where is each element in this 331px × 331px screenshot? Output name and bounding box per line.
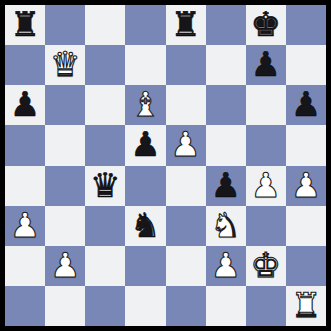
square-e1[interactable]	[166, 286, 206, 326]
black-pawn[interactable]: ♟	[246, 45, 286, 85]
square-c8[interactable]	[85, 5, 125, 45]
white-king[interactable]: ♚	[246, 246, 286, 286]
square-h3[interactable]	[286, 206, 326, 246]
black-pawn[interactable]: ♟	[286, 85, 326, 125]
board-frame: ♜♜♚♛♟♟♝♟♟♟♛♟♟♟♟♞♞♟♟♚♜	[0, 0, 331, 331]
black-king[interactable]: ♚	[246, 5, 286, 45]
square-f6[interactable]	[206, 85, 246, 125]
black-pawn[interactable]: ♟	[125, 125, 165, 165]
square-a8[interactable]: ♜	[5, 5, 45, 45]
square-c3[interactable]	[85, 206, 125, 246]
square-g6[interactable]	[246, 85, 286, 125]
square-c6[interactable]	[85, 85, 125, 125]
white-pawn[interactable]: ♟	[5, 206, 45, 246]
square-e7[interactable]	[166, 45, 206, 85]
square-e2[interactable]	[166, 246, 206, 286]
square-a7[interactable]	[5, 45, 45, 85]
square-a3[interactable]: ♟	[5, 206, 45, 246]
square-f2[interactable]: ♟	[206, 246, 246, 286]
square-d1[interactable]	[125, 286, 165, 326]
square-h1[interactable]: ♜	[286, 286, 326, 326]
square-g7[interactable]: ♟	[246, 45, 286, 85]
white-pawn[interactable]: ♟	[166, 125, 206, 165]
square-e3[interactable]	[166, 206, 206, 246]
square-h5[interactable]	[286, 125, 326, 165]
chess-board: ♜♜♚♛♟♟♝♟♟♟♛♟♟♟♟♞♞♟♟♚♜	[5, 5, 326, 326]
square-h8[interactable]	[286, 5, 326, 45]
square-h2[interactable]	[286, 246, 326, 286]
square-e5[interactable]: ♟	[166, 125, 206, 165]
square-f3[interactable]: ♞	[206, 206, 246, 246]
square-d8[interactable]	[125, 5, 165, 45]
white-pawn[interactable]: ♟	[286, 166, 326, 206]
black-rook[interactable]: ♜	[5, 5, 45, 45]
square-b2[interactable]: ♟	[45, 246, 85, 286]
white-queen[interactable]: ♛	[45, 45, 85, 85]
square-b7[interactable]: ♛	[45, 45, 85, 85]
black-knight[interactable]: ♞	[125, 206, 165, 246]
square-a1[interactable]	[5, 286, 45, 326]
white-pawn[interactable]: ♟	[246, 166, 286, 206]
square-c7[interactable]	[85, 45, 125, 85]
square-c1[interactable]	[85, 286, 125, 326]
white-bishop[interactable]: ♝	[125, 85, 165, 125]
square-e8[interactable]: ♜	[166, 5, 206, 45]
square-e4[interactable]	[166, 166, 206, 206]
white-pawn[interactable]: ♟	[45, 246, 85, 286]
white-pawn[interactable]: ♟	[206, 246, 246, 286]
square-g3[interactable]	[246, 206, 286, 246]
square-a4[interactable]	[5, 166, 45, 206]
square-b8[interactable]	[45, 5, 85, 45]
square-d7[interactable]	[125, 45, 165, 85]
square-c2[interactable]	[85, 246, 125, 286]
black-rook[interactable]: ♜	[166, 5, 206, 45]
square-b6[interactable]	[45, 85, 85, 125]
white-rook[interactable]: ♜	[286, 286, 326, 326]
square-f1[interactable]	[206, 286, 246, 326]
square-b5[interactable]	[45, 125, 85, 165]
square-b3[interactable]	[45, 206, 85, 246]
square-d3[interactable]: ♞	[125, 206, 165, 246]
square-g4[interactable]: ♟	[246, 166, 286, 206]
square-d5[interactable]: ♟	[125, 125, 165, 165]
square-d2[interactable]	[125, 246, 165, 286]
square-f4[interactable]: ♟	[206, 166, 246, 206]
square-h7[interactable]	[286, 45, 326, 85]
square-h6[interactable]: ♟	[286, 85, 326, 125]
square-h4[interactable]: ♟	[286, 166, 326, 206]
white-knight[interactable]: ♞	[206, 206, 246, 246]
square-f5[interactable]	[206, 125, 246, 165]
square-c4[interactable]: ♛	[85, 166, 125, 206]
black-queen[interactable]: ♛	[85, 166, 125, 206]
square-g5[interactable]	[246, 125, 286, 165]
square-d4[interactable]	[125, 166, 165, 206]
square-e6[interactable]	[166, 85, 206, 125]
square-f8[interactable]	[206, 5, 246, 45]
square-c5[interactable]	[85, 125, 125, 165]
square-a5[interactable]	[5, 125, 45, 165]
black-pawn[interactable]: ♟	[5, 85, 45, 125]
square-g1[interactable]	[246, 286, 286, 326]
square-f7[interactable]	[206, 45, 246, 85]
square-a6[interactable]: ♟	[5, 85, 45, 125]
square-a2[interactable]	[5, 246, 45, 286]
square-g8[interactable]: ♚	[246, 5, 286, 45]
square-d6[interactable]: ♝	[125, 85, 165, 125]
square-b4[interactable]	[45, 166, 85, 206]
square-g2[interactable]: ♚	[246, 246, 286, 286]
black-pawn[interactable]: ♟	[206, 166, 246, 206]
square-b1[interactable]	[45, 286, 85, 326]
